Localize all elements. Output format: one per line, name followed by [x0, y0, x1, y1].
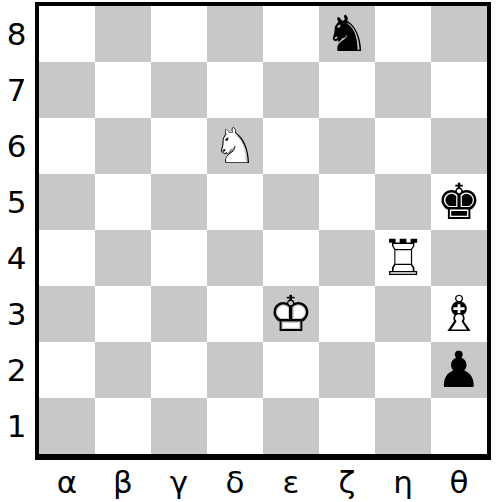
square-a5[interactable]: [39, 174, 95, 230]
square-d6[interactable]: ♞♘: [207, 118, 263, 174]
square-c3[interactable]: [151, 286, 207, 342]
square-d2[interactable]: [207, 342, 263, 398]
piece-black-king-h5[interactable]: ♚: [431, 174, 487, 230]
square-h6[interactable]: [431, 118, 487, 174]
file-label-b: β: [95, 462, 151, 502]
square-g8[interactable]: [375, 6, 431, 62]
square-g5[interactable]: [375, 174, 431, 230]
file-label-a: α: [39, 462, 95, 502]
square-e6[interactable]: [263, 118, 319, 174]
rank-label-8: 8: [0, 6, 33, 62]
square-f3[interactable]: [319, 286, 375, 342]
square-b1[interactable]: [95, 398, 151, 454]
rank-label-5: 5: [0, 174, 33, 230]
square-c7[interactable]: [151, 62, 207, 118]
square-f2[interactable]: [319, 342, 375, 398]
chess-board: ♞♞♘♚♜♖♚♔♝♗♟: [35, 2, 491, 460]
file-label-g: η: [375, 462, 431, 502]
square-d8[interactable]: [207, 6, 263, 62]
square-d4[interactable]: [207, 230, 263, 286]
piece-black-knight-f8[interactable]: ♞: [319, 6, 375, 62]
square-h3[interactable]: ♝♗: [431, 286, 487, 342]
square-b2[interactable]: [95, 342, 151, 398]
square-a3[interactable]: [39, 286, 95, 342]
king-icon: ♔: [263, 286, 319, 342]
file-labels: αβγδεζηθ: [39, 462, 487, 502]
square-h5[interactable]: ♚: [431, 174, 487, 230]
file-label-f: ζ: [319, 462, 375, 502]
rank-label-4: 4: [0, 230, 33, 286]
square-b7[interactable]: [95, 62, 151, 118]
square-g4[interactable]: ♜♖: [375, 230, 431, 286]
square-b6[interactable]: [95, 118, 151, 174]
rank-label-1: 1: [0, 398, 33, 454]
knight-icon: ♘: [207, 118, 263, 174]
square-e2[interactable]: [263, 342, 319, 398]
square-f5[interactable]: [319, 174, 375, 230]
rank-labels: 87654321: [0, 6, 33, 454]
square-f6[interactable]: [319, 118, 375, 174]
square-e5[interactable]: [263, 174, 319, 230]
square-h8[interactable]: [431, 6, 487, 62]
square-c2[interactable]: [151, 342, 207, 398]
chess-diagram: 87654321 ♞♞♘♚♜♖♚♔♝♗♟ αβγδεζηθ: [0, 0, 499, 502]
square-a2[interactable]: [39, 342, 95, 398]
square-h1[interactable]: [431, 398, 487, 454]
square-f8[interactable]: ♞: [319, 6, 375, 62]
square-d3[interactable]: [207, 286, 263, 342]
square-f1[interactable]: [319, 398, 375, 454]
square-c4[interactable]: [151, 230, 207, 286]
square-e1[interactable]: [263, 398, 319, 454]
square-c6[interactable]: [151, 118, 207, 174]
square-g3[interactable]: [375, 286, 431, 342]
square-a7[interactable]: [39, 62, 95, 118]
square-e8[interactable]: [263, 6, 319, 62]
square-g6[interactable]: [375, 118, 431, 174]
piece-white-bishop-h3[interactable]: ♝♗: [431, 286, 487, 342]
file-label-e: ε: [263, 462, 319, 502]
square-e4[interactable]: [263, 230, 319, 286]
square-c8[interactable]: [151, 6, 207, 62]
file-label-d: δ: [207, 462, 263, 502]
piece-white-king-e3[interactable]: ♚♔: [263, 286, 319, 342]
square-d7[interactable]: [207, 62, 263, 118]
piece-white-rook-g4[interactable]: ♜♖: [375, 230, 431, 286]
square-f4[interactable]: [319, 230, 375, 286]
square-e7[interactable]: [263, 62, 319, 118]
file-label-h: θ: [431, 462, 487, 502]
square-g2[interactable]: [375, 342, 431, 398]
piece-white-knight-d6[interactable]: ♞♘: [207, 118, 263, 174]
square-g1[interactable]: [375, 398, 431, 454]
square-a1[interactable]: [39, 398, 95, 454]
square-b4[interactable]: [95, 230, 151, 286]
square-h4[interactable]: [431, 230, 487, 286]
bishop-icon: ♗: [431, 286, 487, 342]
square-a6[interactable]: [39, 118, 95, 174]
square-d5[interactable]: [207, 174, 263, 230]
square-c5[interactable]: [151, 174, 207, 230]
square-d1[interactable]: [207, 398, 263, 454]
rank-label-3: 3: [0, 286, 33, 342]
square-b5[interactable]: [95, 174, 151, 230]
square-a4[interactable]: [39, 230, 95, 286]
square-h7[interactable]: [431, 62, 487, 118]
rook-icon: ♖: [375, 230, 431, 286]
file-label-c: γ: [151, 462, 207, 502]
rank-label-2: 2: [0, 342, 33, 398]
rank-label-6: 6: [0, 118, 33, 174]
piece-black-pawn-h2[interactable]: ♟: [431, 342, 487, 398]
square-a8[interactable]: [39, 6, 95, 62]
square-c1[interactable]: [151, 398, 207, 454]
square-b8[interactable]: [95, 6, 151, 62]
square-g7[interactable]: [375, 62, 431, 118]
square-e3[interactable]: ♚♔: [263, 286, 319, 342]
square-b3[interactable]: [95, 286, 151, 342]
square-h2[interactable]: ♟: [431, 342, 487, 398]
rank-label-7: 7: [0, 62, 33, 118]
square-f7[interactable]: [319, 62, 375, 118]
